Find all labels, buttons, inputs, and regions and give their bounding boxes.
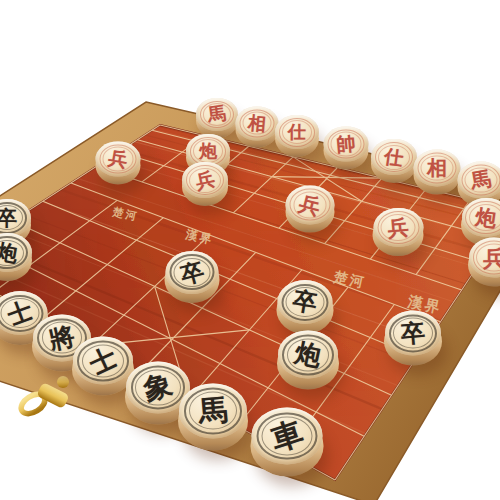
piece-character: 馬 [194, 95, 240, 133]
piece-character: 馬 [176, 381, 251, 442]
piece-character: 炮 [0, 229, 35, 276]
red-piece-兵[interactable]: 兵 [286, 186, 335, 233]
black-piece-卒[interactable]: 卒 [165, 251, 220, 303]
piece-character: 仕 [275, 115, 319, 149]
piece-character: 卒 [0, 199, 31, 237]
black-piece-車[interactable]: 車 [251, 408, 324, 477]
black-piece-馬[interactable]: 馬 [178, 384, 248, 451]
xiangqi-board-photo: 楚河漢界楚河漢界 馬相仕帥仕相馬兵炮兵兵兵炮兵卒炮卒卒卒炮士將士象馬車 [0, 0, 500, 500]
piece-character: 炮 [459, 195, 500, 241]
black-piece-炮[interactable]: 炮 [277, 331, 339, 390]
red-piece-相[interactable]: 相 [236, 107, 279, 148]
black-piece-卒[interactable]: 卒 [384, 311, 442, 366]
piece-character: 相 [414, 150, 461, 187]
piece-character: 兵 [371, 206, 425, 250]
piece-character: 卒 [382, 308, 444, 358]
piece-character: 馬 [455, 158, 500, 202]
red-piece-兵[interactable]: 兵 [373, 208, 424, 256]
piece-character: 帥 [322, 125, 370, 164]
piece-character: 相 [234, 105, 280, 142]
piece-character: 仕 [369, 136, 420, 178]
pieces-layer: 馬相仕帥仕相馬兵炮兵兵兵炮兵卒炮卒卒卒炮士將士象馬車 [0, 0, 500, 500]
red-piece-仕[interactable]: 仕 [371, 139, 417, 183]
piece-character: 兵 [93, 138, 143, 181]
piece-character: 兵 [468, 238, 500, 278]
red-piece-相[interactable]: 相 [414, 150, 461, 195]
black-piece-炮[interactable]: 炮 [0, 233, 32, 281]
red-piece-兵[interactable]: 兵 [182, 162, 228, 206]
red-piece-馬[interactable]: 馬 [196, 98, 238, 138]
red-piece-仕[interactable]: 仕 [275, 115, 319, 157]
red-piece-兵[interactable]: 兵 [96, 142, 141, 185]
red-piece-兵[interactable]: 兵 [468, 238, 500, 287]
red-piece-帥[interactable]: 帥 [324, 127, 369, 170]
